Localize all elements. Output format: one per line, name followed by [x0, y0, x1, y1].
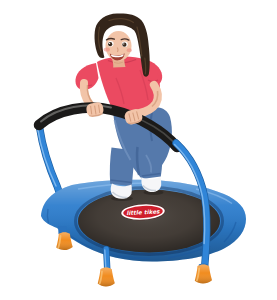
right-eye-glint [123, 43, 124, 44]
jump-mat-shading [78, 190, 220, 253]
left-blush [104, 47, 110, 51]
trampoline: little tikes [41, 180, 246, 262]
left-tube [40, 127, 62, 200]
product-photo: little tikes [0, 0, 277, 300]
left-eye-glint [109, 43, 110, 44]
left-eye [108, 42, 112, 46]
right-blush [127, 48, 132, 52]
trampoline-scene: little tikes [0, 0, 277, 300]
handlebar-left-tube [38, 127, 62, 200]
right-eye [122, 43, 126, 47]
